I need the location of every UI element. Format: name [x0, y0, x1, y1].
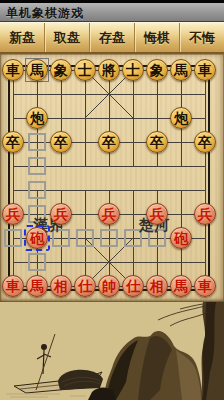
- board-cell-0-8[interactable]: [1, 250, 25, 274]
- board-cell-0-7[interactable]: [1, 226, 25, 250]
- board-cell-5-0[interactable]: 士: [121, 58, 145, 82]
- board-cell-7-0[interactable]: 馬: [169, 58, 193, 82]
- board-cell-7-9[interactable]: 馬: [169, 274, 193, 298]
- board-cell-5-8[interactable]: [121, 250, 145, 274]
- board-cell-0-5[interactable]: [1, 178, 25, 202]
- move-hint-square: [28, 253, 46, 271]
- board-cell-8-1[interactable]: [193, 82, 217, 106]
- toolbar-button-undo-move[interactable]: 悔棋: [134, 23, 179, 52]
- move-hint-square: [100, 229, 118, 247]
- piece-black-horse[interactable]: 馬: [170, 59, 192, 81]
- app-title: 单机象棋游戏: [6, 5, 84, 22]
- board-cell-8-9[interactable]: 車: [193, 274, 217, 298]
- piece-black-soldier[interactable]: 卒: [98, 131, 120, 153]
- board-cell-3-2[interactable]: [73, 106, 97, 130]
- board-cell-6-1[interactable]: [145, 82, 169, 106]
- board-cell-2-1[interactable]: [49, 82, 73, 106]
- board-cell-3-8[interactable]: [73, 250, 97, 274]
- piece-red-advisor[interactable]: 仕: [122, 275, 144, 297]
- piece-black-cannon[interactable]: 炮: [170, 107, 192, 129]
- board-cell-0-3[interactable]: 卒: [1, 130, 25, 154]
- board-cell-8-5[interactable]: [193, 178, 217, 202]
- piece-red-soldier[interactable]: 兵: [194, 203, 216, 225]
- board-cell-2-4[interactable]: [49, 154, 73, 178]
- board-cell-0-2[interactable]: [1, 106, 25, 130]
- board-cell-7-4[interactable]: [169, 154, 193, 178]
- piece-red-chariot[interactable]: 車: [194, 275, 216, 297]
- board-cell-5-9[interactable]: 仕: [121, 274, 145, 298]
- board-cell-0-9[interactable]: 車: [1, 274, 25, 298]
- piece-black-chariot[interactable]: 車: [2, 59, 24, 81]
- move-hint-square: [28, 133, 46, 151]
- board-cell-8-3[interactable]: 卒: [193, 130, 217, 154]
- xiangqi-board-panel: 漢界 楚河 車馬象士將士象馬車炮炮卒卒卒卒卒兵兵兵兵兵砲砲車馬相仕帥仕相馬車: [0, 54, 224, 302]
- board-cell-8-7[interactable]: [193, 226, 217, 250]
- board-cell-8-6[interactable]: 兵: [193, 202, 217, 226]
- piece-red-general[interactable]: 帥: [98, 275, 120, 297]
- board-cell-7-2[interactable]: 炮: [169, 106, 193, 130]
- board-cell-3-4[interactable]: [73, 154, 97, 178]
- board-cell-6-3[interactable]: 卒: [145, 130, 169, 154]
- board-cell-7-1[interactable]: [169, 82, 193, 106]
- board-cell-3-9[interactable]: 仕: [73, 274, 97, 298]
- board-cell-5-4[interactable]: [121, 154, 145, 178]
- toolbar-button-cancel-undo[interactable]: 不悔: [179, 23, 224, 52]
- piece-red-elephant[interactable]: 相: [146, 275, 168, 297]
- piece-red-chariot[interactable]: 車: [2, 275, 24, 297]
- board-cell-4-6[interactable]: 兵: [97, 202, 121, 226]
- move-hint-square: [28, 181, 46, 199]
- board-cell-8-0[interactable]: 車: [193, 58, 217, 82]
- app-screen: 单机象棋游戏 新盘取盘存盘悔棋不悔 漢界 楚河 車馬象士將士象馬車炮炮卒卒卒卒卒…: [0, 0, 224, 400]
- board-cell-6-0[interactable]: 象: [145, 58, 169, 82]
- board-cell-4-7[interactable]: [97, 226, 121, 250]
- toolbar: 新盘取盘存盘悔棋不悔: [0, 22, 224, 54]
- ink-painting: [0, 302, 224, 400]
- board-cell-8-2[interactable]: [193, 106, 217, 130]
- board-cell-8-8[interactable]: [193, 250, 217, 274]
- board-cell-5-3[interactable]: [121, 130, 145, 154]
- move-hint-square: [28, 157, 46, 175]
- piece-black-horse[interactable]: 馬: [26, 59, 48, 81]
- board-cell-3-3[interactable]: [73, 130, 97, 154]
- piece-black-advisor[interactable]: 士: [74, 59, 96, 81]
- board-cell-1-7[interactable]: 砲: [25, 226, 49, 250]
- piece-black-elephant[interactable]: 象: [146, 59, 168, 81]
- board-cell-1-9[interactable]: 馬: [25, 274, 49, 298]
- board-cell-2-3[interactable]: 卒: [49, 130, 73, 154]
- board-cell-2-9[interactable]: 相: [49, 274, 73, 298]
- board-cell-1-1[interactable]: [25, 82, 49, 106]
- piece-red-elephant[interactable]: 相: [50, 275, 72, 297]
- board-cell-1-5[interactable]: [25, 178, 49, 202]
- board-cell-5-2[interactable]: [121, 106, 145, 130]
- board-cell-3-1[interactable]: [73, 82, 97, 106]
- board-cell-2-2[interactable]: [49, 106, 73, 130]
- board-cell-4-0[interactable]: 將: [97, 58, 121, 82]
- board-cell-5-5[interactable]: [121, 178, 145, 202]
- piece-black-soldier[interactable]: 卒: [50, 131, 72, 153]
- board-cell-1-4[interactable]: [25, 154, 49, 178]
- board-cell-4-9[interactable]: 帥: [97, 274, 121, 298]
- title-bar: 单机象棋游戏: [0, 0, 224, 22]
- piece-black-general[interactable]: 將: [98, 59, 120, 81]
- board-cell-0-4[interactable]: [1, 154, 25, 178]
- board-cell-6-9[interactable]: 相: [145, 274, 169, 298]
- piece-black-cannon[interactable]: 炮: [26, 107, 48, 129]
- piece-red-soldier[interactable]: 兵: [2, 203, 24, 225]
- board-cell-7-3[interactable]: [169, 130, 193, 154]
- board-cell-6-5[interactable]: [145, 178, 169, 202]
- board-cell-0-1[interactable]: [1, 82, 25, 106]
- board-cell-4-3[interactable]: 卒: [97, 130, 121, 154]
- toolbar-button-new-board[interactable]: 新盘: [0, 23, 44, 52]
- piece-red-advisor[interactable]: 仕: [74, 275, 96, 297]
- board-cell-0-0[interactable]: 車: [1, 58, 25, 82]
- board-cell-4-1[interactable]: [97, 82, 121, 106]
- board-cell-7-7[interactable]: 砲: [169, 226, 193, 250]
- board-cell-4-4[interactable]: [97, 154, 121, 178]
- piece-black-chariot[interactable]: 車: [194, 59, 216, 81]
- piece-black-soldier[interactable]: 卒: [194, 131, 216, 153]
- board-cell-1-3[interactable]: [25, 130, 49, 154]
- board-cell-8-4[interactable]: [193, 154, 217, 178]
- board-cell-0-6[interactable]: 兵: [1, 202, 25, 226]
- selected-piece-marker: [24, 225, 50, 251]
- board-cell-1-2[interactable]: 炮: [25, 106, 49, 130]
- board-cell-6-2[interactable]: [145, 106, 169, 130]
- board-cell-4-2[interactable]: [97, 106, 121, 130]
- board-cell-1-0[interactable]: 馬: [25, 58, 49, 82]
- toolbar-button-load-board[interactable]: 取盘: [44, 23, 89, 52]
- piece-red-horse[interactable]: 馬: [26, 275, 48, 297]
- board-cell-6-8[interactable]: [145, 250, 169, 274]
- board-cell-2-0[interactable]: 象: [49, 58, 73, 82]
- piece-black-soldier[interactable]: 卒: [2, 131, 24, 153]
- piece-red-soldier[interactable]: 兵: [50, 203, 72, 225]
- board-cell-2-5[interactable]: [49, 178, 73, 202]
- board-cell-6-4[interactable]: [145, 154, 169, 178]
- board-cell-4-5[interactable]: [97, 178, 121, 202]
- piece-black-soldier[interactable]: 卒: [146, 131, 168, 153]
- piece-red-cannon[interactable]: 砲: [170, 227, 192, 249]
- board-cell-3-5[interactable]: [73, 178, 97, 202]
- piece-black-elephant[interactable]: 象: [50, 59, 72, 81]
- board-cell-2-8[interactable]: [49, 250, 73, 274]
- piece-black-advisor[interactable]: 士: [122, 59, 144, 81]
- board-cell-3-0[interactable]: 士: [73, 58, 97, 82]
- board-grid: 車馬象士將士象馬車炮炮卒卒卒卒卒兵兵兵兵兵砲砲車馬相仕帥仕相馬車: [1, 58, 217, 298]
- board-cell-7-8[interactable]: [169, 250, 193, 274]
- piece-red-horse[interactable]: 馬: [170, 275, 192, 297]
- toolbar-button-save-board[interactable]: 存盘: [89, 23, 134, 52]
- piece-red-soldier[interactable]: 兵: [98, 203, 120, 225]
- board-cell-5-1[interactable]: [121, 82, 145, 106]
- move-hint-square: [4, 229, 22, 247]
- board-cell-4-8[interactable]: [97, 250, 121, 274]
- board-cell-7-5[interactable]: [169, 178, 193, 202]
- piece-red-soldier[interactable]: 兵: [146, 203, 168, 225]
- board-cell-1-8[interactable]: [25, 250, 49, 274]
